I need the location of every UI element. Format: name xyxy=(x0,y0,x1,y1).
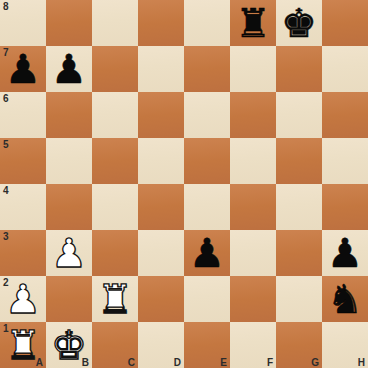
square-c5[interactable] xyxy=(92,138,138,184)
rank-label-5: 5 xyxy=(3,139,9,150)
square-c7[interactable] xyxy=(92,46,138,92)
square-b2[interactable] xyxy=(46,276,92,322)
rank-label-8: 8 xyxy=(3,1,9,12)
square-c1[interactable]: C xyxy=(92,322,138,368)
square-e4[interactable] xyxy=(184,184,230,230)
file-label-g: G xyxy=(311,357,319,368)
square-d2[interactable] xyxy=(138,276,184,322)
square-b6[interactable] xyxy=(46,92,92,138)
square-f3[interactable] xyxy=(230,230,276,276)
piece-black-pawn[interactable]: ♟ xyxy=(5,46,41,92)
square-d8[interactable] xyxy=(138,0,184,46)
square-h5[interactable] xyxy=(322,138,368,184)
file-label-e: E xyxy=(220,357,227,368)
square-b1[interactable]: B♚ xyxy=(46,322,92,368)
square-f2[interactable] xyxy=(230,276,276,322)
file-label-h: H xyxy=(358,357,365,368)
chess-board: 8♜♚7♟♟6543♟♟♟2♟♜♞1A♜B♚CDEFGH xyxy=(0,0,368,368)
square-a1[interactable]: 1A♜ xyxy=(0,322,46,368)
square-b4[interactable] xyxy=(46,184,92,230)
square-d7[interactable] xyxy=(138,46,184,92)
square-b7[interactable]: ♟ xyxy=(46,46,92,92)
piece-black-rook[interactable]: ♜ xyxy=(235,0,271,46)
square-a7[interactable]: 7♟ xyxy=(0,46,46,92)
square-g1[interactable]: G xyxy=(276,322,322,368)
square-h6[interactable] xyxy=(322,92,368,138)
square-h4[interactable] xyxy=(322,184,368,230)
square-g3[interactable] xyxy=(276,230,322,276)
square-b3[interactable]: ♟ xyxy=(46,230,92,276)
piece-white-pawn[interactable]: ♟ xyxy=(5,276,41,322)
file-label-f: F xyxy=(267,357,273,368)
square-g5[interactable] xyxy=(276,138,322,184)
rank-label-6: 6 xyxy=(3,93,9,104)
piece-white-rook[interactable]: ♜ xyxy=(97,276,133,322)
square-c6[interactable] xyxy=(92,92,138,138)
square-d1[interactable]: D xyxy=(138,322,184,368)
square-h3[interactable]: ♟ xyxy=(322,230,368,276)
square-e5[interactable] xyxy=(184,138,230,184)
square-a3[interactable]: 3 xyxy=(0,230,46,276)
square-a8[interactable]: 8 xyxy=(0,0,46,46)
square-c4[interactable] xyxy=(92,184,138,230)
square-g4[interactable] xyxy=(276,184,322,230)
square-a2[interactable]: 2♟ xyxy=(0,276,46,322)
square-c2[interactable]: ♜ xyxy=(92,276,138,322)
piece-black-pawn[interactable]: ♟ xyxy=(51,46,87,92)
rank-label-3: 3 xyxy=(3,231,9,242)
square-g8[interactable]: ♚ xyxy=(276,0,322,46)
square-f8[interactable]: ♜ xyxy=(230,0,276,46)
piece-white-pawn[interactable]: ♟ xyxy=(51,230,87,276)
square-e6[interactable] xyxy=(184,92,230,138)
piece-black-knight[interactable]: ♞ xyxy=(327,276,363,322)
piece-black-king[interactable]: ♚ xyxy=(281,0,317,46)
square-d5[interactable] xyxy=(138,138,184,184)
square-g7[interactable] xyxy=(276,46,322,92)
square-a4[interactable]: 4 xyxy=(0,184,46,230)
square-h8[interactable] xyxy=(322,0,368,46)
file-label-c: C xyxy=(128,357,135,368)
square-e7[interactable] xyxy=(184,46,230,92)
square-d3[interactable] xyxy=(138,230,184,276)
square-g6[interactable] xyxy=(276,92,322,138)
square-a6[interactable]: 6 xyxy=(0,92,46,138)
square-g2[interactable] xyxy=(276,276,322,322)
square-c3[interactable] xyxy=(92,230,138,276)
square-d4[interactable] xyxy=(138,184,184,230)
piece-black-pawn[interactable]: ♟ xyxy=(189,230,225,276)
square-a5[interactable]: 5 xyxy=(0,138,46,184)
square-e2[interactable] xyxy=(184,276,230,322)
piece-white-king[interactable]: ♚ xyxy=(51,322,87,368)
piece-black-pawn[interactable]: ♟ xyxy=(327,230,363,276)
square-f1[interactable]: F xyxy=(230,322,276,368)
square-b5[interactable] xyxy=(46,138,92,184)
square-f7[interactable] xyxy=(230,46,276,92)
rank-label-4: 4 xyxy=(3,185,9,196)
square-e1[interactable]: E xyxy=(184,322,230,368)
square-e8[interactable] xyxy=(184,0,230,46)
square-f5[interactable] xyxy=(230,138,276,184)
piece-white-rook[interactable]: ♜ xyxy=(5,322,41,368)
square-c8[interactable] xyxy=(92,0,138,46)
square-h1[interactable]: H xyxy=(322,322,368,368)
square-f6[interactable] xyxy=(230,92,276,138)
square-d6[interactable] xyxy=(138,92,184,138)
square-b8[interactable] xyxy=(46,0,92,46)
square-e3[interactable]: ♟ xyxy=(184,230,230,276)
square-h2[interactable]: ♞ xyxy=(322,276,368,322)
square-h7[interactable] xyxy=(322,46,368,92)
square-f4[interactable] xyxy=(230,184,276,230)
file-label-d: D xyxy=(174,357,181,368)
